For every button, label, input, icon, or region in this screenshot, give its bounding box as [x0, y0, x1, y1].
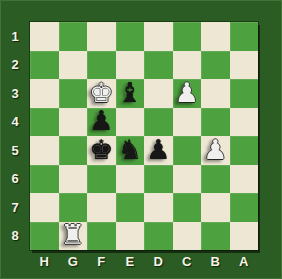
square-f5[interactable]: ♚: [87, 136, 116, 165]
file-label-g: G: [59, 250, 88, 272]
square-d5[interactable]: ♟: [144, 136, 173, 165]
square-g3[interactable]: [59, 79, 88, 108]
square-h2[interactable]: [30, 51, 59, 80]
square-d6[interactable]: [144, 165, 173, 194]
square-g2[interactable]: [59, 51, 88, 80]
square-a6[interactable]: [230, 165, 259, 194]
piece-black-king[interactable]: ♚: [89, 136, 113, 163]
square-g8[interactable]: ♜: [59, 222, 88, 251]
square-h6[interactable]: [30, 165, 59, 194]
file-label-a: A: [230, 250, 259, 272]
file-label-d: D: [144, 250, 173, 272]
square-h3[interactable]: [30, 79, 59, 108]
square-e6[interactable]: [116, 165, 145, 194]
piece-black-pawn[interactable]: ♟: [146, 136, 170, 163]
square-b8[interactable]: [201, 222, 230, 251]
square-g7[interactable]: [59, 193, 88, 222]
piece-white-rook[interactable]: ♜: [61, 221, 85, 248]
square-g5[interactable]: [59, 136, 88, 165]
square-a1[interactable]: [230, 22, 259, 51]
square-d1[interactable]: [144, 22, 173, 51]
square-b1[interactable]: [201, 22, 230, 51]
square-c6[interactable]: [173, 165, 202, 194]
square-f4[interactable]: ♟: [87, 108, 116, 137]
square-f7[interactable]: [87, 193, 116, 222]
square-b3[interactable]: [201, 79, 230, 108]
rank-label-5: 5: [0, 136, 30, 165]
square-b4[interactable]: [201, 108, 230, 137]
square-c4[interactable]: [173, 108, 202, 137]
square-f1[interactable]: [87, 22, 116, 51]
square-h8[interactable]: [30, 222, 59, 251]
square-c5[interactable]: [173, 136, 202, 165]
square-d4[interactable]: [144, 108, 173, 137]
square-c7[interactable]: [173, 193, 202, 222]
square-a7[interactable]: [230, 193, 259, 222]
square-h1[interactable]: [30, 22, 59, 51]
chess-board: ♚♝♟♟♚♞♟♟♜: [30, 22, 258, 250]
square-f3[interactable]: ♚: [87, 79, 116, 108]
square-f2[interactable]: [87, 51, 116, 80]
piece-black-pawn[interactable]: ♟: [89, 107, 113, 134]
rank-label-2: 2: [0, 51, 30, 80]
square-d3[interactable]: [144, 79, 173, 108]
file-label-b: B: [201, 250, 230, 272]
square-d7[interactable]: [144, 193, 173, 222]
rank-label-7: 7: [0, 193, 30, 222]
chess-board-frame: 12345678 ♚♝♟♟♚♞♟♟♜ HGFEDCBA: [0, 0, 282, 279]
rank-label-6: 6: [0, 165, 30, 194]
rank-labels: 12345678: [0, 22, 30, 250]
square-d2[interactable]: [144, 51, 173, 80]
square-e8[interactable]: [116, 222, 145, 251]
square-b2[interactable]: [201, 51, 230, 80]
square-h5[interactable]: [30, 136, 59, 165]
square-a8[interactable]: [230, 222, 259, 251]
piece-black-knight[interactable]: ♞: [118, 136, 142, 163]
square-e3[interactable]: ♝: [116, 79, 145, 108]
rank-label-3: 3: [0, 79, 30, 108]
file-label-c: C: [173, 250, 202, 272]
square-g1[interactable]: [59, 22, 88, 51]
square-e4[interactable]: [116, 108, 145, 137]
square-b7[interactable]: [201, 193, 230, 222]
square-f6[interactable]: [87, 165, 116, 194]
piece-white-king[interactable]: ♚: [89, 79, 113, 106]
square-c8[interactable]: [173, 222, 202, 251]
square-c1[interactable]: [173, 22, 202, 51]
rank-label-8: 8: [0, 222, 30, 251]
file-label-h: H: [30, 250, 59, 272]
rank-label-1: 1: [0, 22, 30, 51]
square-c3[interactable]: ♟: [173, 79, 202, 108]
square-h7[interactable]: [30, 193, 59, 222]
file-labels: HGFEDCBA: [30, 250, 258, 272]
piece-black-bishop[interactable]: ♝: [118, 79, 142, 106]
square-b5[interactable]: ♟: [201, 136, 230, 165]
square-e2[interactable]: [116, 51, 145, 80]
square-e1[interactable]: [116, 22, 145, 51]
square-d8[interactable]: [144, 222, 173, 251]
square-a5[interactable]: [230, 136, 259, 165]
rank-label-4: 4: [0, 108, 30, 137]
file-label-e: E: [116, 250, 145, 272]
square-c2[interactable]: [173, 51, 202, 80]
square-a3[interactable]: [230, 79, 259, 108]
square-b6[interactable]: [201, 165, 230, 194]
square-g4[interactable]: [59, 108, 88, 137]
piece-white-pawn[interactable]: ♟: [175, 79, 199, 106]
square-g6[interactable]: [59, 165, 88, 194]
file-label-f: F: [87, 250, 116, 272]
square-a4[interactable]: [230, 108, 259, 137]
square-h4[interactable]: [30, 108, 59, 137]
piece-white-pawn[interactable]: ♟: [203, 136, 227, 163]
square-e7[interactable]: [116, 193, 145, 222]
square-a2[interactable]: [230, 51, 259, 80]
square-f8[interactable]: [87, 222, 116, 251]
square-e5[interactable]: ♞: [116, 136, 145, 165]
